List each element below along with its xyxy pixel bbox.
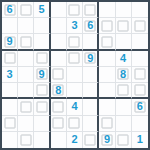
- cell-r5c9[interactable]: [132, 67, 148, 83]
- even-marker: [118, 85, 129, 96]
- cell-r2c6[interactable]: 6: [83, 18, 99, 34]
- even-marker: [85, 4, 96, 15]
- cell-r7c9[interactable]: 6: [132, 99, 148, 115]
- even-marker: [118, 20, 129, 31]
- cell-r3c1[interactable]: 9: [2, 34, 18, 50]
- cell-r9c4[interactable]: [51, 132, 67, 148]
- cell-r1c2[interactable]: [18, 2, 34, 18]
- even-marker: [69, 4, 80, 15]
- cell-r8c5[interactable]: [67, 116, 83, 132]
- even-marker: [4, 118, 15, 129]
- even-marker: [36, 53, 47, 64]
- cell-r3c8[interactable]: [116, 34, 132, 50]
- given-digit: 3: [71, 20, 77, 31]
- even-marker: [20, 4, 31, 15]
- cell-r1c3[interactable]: 5: [34, 2, 50, 18]
- given-digit: 9: [7, 36, 13, 47]
- even-marker: [53, 118, 64, 129]
- cell-r1c5[interactable]: [67, 2, 83, 18]
- cell-r1c7[interactable]: [99, 2, 115, 18]
- cell-r2c7[interactable]: [99, 18, 115, 34]
- cell-r8c9[interactable]: [132, 116, 148, 132]
- cell-r1c6[interactable]: [83, 2, 99, 18]
- cell-r7c1[interactable]: [2, 99, 18, 115]
- cell-r6c4[interactable]: 8: [51, 83, 67, 99]
- given-digit: 4: [120, 53, 126, 64]
- cell-r7c8[interactable]: [116, 99, 132, 115]
- cell-r6c3[interactable]: [34, 83, 50, 99]
- cell-r5c4[interactable]: [51, 67, 67, 83]
- cell-r9c6[interactable]: [83, 132, 99, 148]
- cell-r5c2[interactable]: [18, 67, 34, 83]
- cell-r3c7[interactable]: [99, 34, 115, 50]
- even-marker: [101, 36, 112, 47]
- given-digit: 6: [137, 101, 143, 112]
- cell-r4c5[interactable]: [67, 51, 83, 67]
- even-marker: [101, 118, 112, 129]
- cell-r5c5[interactable]: [67, 67, 83, 83]
- even-marker: [69, 118, 80, 129]
- cell-r6c9[interactable]: [132, 83, 148, 99]
- cell-r2c3[interactable]: [34, 18, 50, 34]
- cell-r9c9[interactable]: 1: [132, 132, 148, 148]
- given-digit: 1: [137, 134, 143, 145]
- cell-r8c4[interactable]: [51, 116, 67, 132]
- cell-r5c1[interactable]: 3: [2, 67, 18, 83]
- cell-r7c6[interactable]: [83, 99, 99, 115]
- given-digit: 4: [71, 101, 77, 112]
- cell-r4c9[interactable]: [132, 51, 148, 67]
- cell-r3c5[interactable]: [67, 34, 83, 50]
- cell-r8c2[interactable]: [18, 116, 34, 132]
- cell-r7c2[interactable]: [18, 99, 34, 115]
- even-marker: [36, 101, 47, 112]
- cell-r8c1[interactable]: [2, 116, 18, 132]
- cell-r8c3[interactable]: [34, 116, 50, 132]
- cell-r2c4[interactable]: [51, 18, 67, 34]
- cell-r3c2[interactable]: [18, 34, 34, 50]
- cell-r9c2[interactable]: [18, 132, 34, 148]
- cell-r8c6[interactable]: [83, 116, 99, 132]
- cell-r7c3[interactable]: [34, 99, 50, 115]
- even-marker: [118, 134, 129, 145]
- cell-r3c3[interactable]: [34, 34, 50, 50]
- cell-r4c2[interactable]: [18, 51, 34, 67]
- even-marker: [20, 134, 31, 145]
- cell-r5c6[interactable]: [83, 67, 99, 83]
- cell-r6c1[interactable]: [2, 83, 18, 99]
- even-marker: [134, 85, 145, 96]
- even-marker: [53, 69, 64, 80]
- cell-r5c7[interactable]: [99, 67, 115, 83]
- cell-r4c1[interactable]: [2, 51, 18, 67]
- cell-r4c6[interactable]: 9: [83, 51, 99, 67]
- cell-r9c3[interactable]: [34, 132, 50, 148]
- even-marker: [20, 101, 31, 112]
- sudoku-board: 6536994398846291: [0, 0, 150, 150]
- given-digit: 8: [55, 85, 61, 96]
- even-marker: [69, 36, 80, 47]
- even-marker: [85, 134, 96, 145]
- cell-r2c2[interactable]: [18, 18, 34, 34]
- cell-r8c7[interactable]: [99, 116, 115, 132]
- even-marker: [69, 53, 80, 64]
- given-digit: 5: [38, 4, 44, 15]
- cell-r1c1[interactable]: 6: [2, 2, 18, 18]
- even-marker: [134, 69, 145, 80]
- even-marker: [134, 20, 145, 31]
- even-marker: [53, 101, 64, 112]
- cell-r9c8[interactable]: [116, 132, 132, 148]
- cell-r2c5[interactable]: 3: [67, 18, 83, 34]
- even-marker: [20, 36, 31, 47]
- cell-r7c5[interactable]: 4: [67, 99, 83, 115]
- cell-r6c6[interactable]: [83, 83, 99, 99]
- cell-r3c9[interactable]: [132, 34, 148, 50]
- cell-r7c4[interactable]: [51, 99, 67, 115]
- cell-r9c1[interactable]: [2, 132, 18, 148]
- cell-r2c8[interactable]: [116, 18, 132, 34]
- cell-r4c3[interactable]: [34, 51, 50, 67]
- given-digit: 8: [120, 69, 126, 80]
- cell-r9c5[interactable]: 2: [67, 132, 83, 148]
- cell-r6c7[interactable]: [99, 83, 115, 99]
- cell-r5c8[interactable]: 8: [116, 67, 132, 83]
- cell-r8c8[interactable]: [116, 116, 132, 132]
- given-digit: 6: [7, 4, 13, 15]
- cell-r6c8[interactable]: [116, 83, 132, 99]
- even-marker: [36, 85, 47, 96]
- given-digit: 9: [87, 53, 93, 64]
- given-digit: 3: [7, 69, 13, 80]
- cell-r2c1[interactable]: [2, 18, 18, 34]
- cell-r1c4[interactable]: [51, 2, 67, 18]
- cell-r5c3[interactable]: 9: [34, 67, 50, 83]
- given-digit: 2: [71, 134, 77, 145]
- given-digit: 6: [87, 20, 93, 31]
- cell-r4c7[interactable]: [99, 51, 115, 67]
- given-digit: 9: [104, 134, 110, 145]
- cell-r4c8[interactable]: 4: [116, 51, 132, 67]
- cell-r6c2[interactable]: [18, 83, 34, 99]
- cell-r3c4[interactable]: [51, 34, 67, 50]
- cell-r6c5[interactable]: [67, 83, 83, 99]
- cell-r4c4[interactable]: [51, 51, 67, 67]
- given-digit: 9: [38, 69, 44, 80]
- cell-r7c7[interactable]: [99, 99, 115, 115]
- cell-r2c9[interactable]: [132, 18, 148, 34]
- even-marker: [4, 53, 15, 64]
- cell-r9c7[interactable]: 9: [99, 132, 115, 148]
- cell-r1c8[interactable]: [116, 2, 132, 18]
- cell-r3c6[interactable]: [83, 34, 99, 50]
- even-marker: [101, 20, 112, 31]
- cell-r1c9[interactable]: [132, 2, 148, 18]
